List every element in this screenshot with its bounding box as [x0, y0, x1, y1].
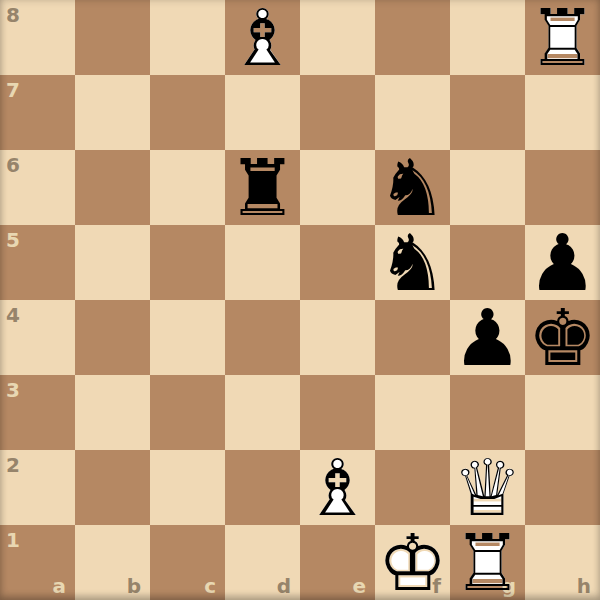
square-f1[interactable]: f♚♔: [375, 525, 450, 600]
square-c4[interactable]: [150, 300, 225, 375]
square-g1[interactable]: g♜♖: [450, 525, 525, 600]
square-h1[interactable]: h: [525, 525, 600, 600]
white-queen-outline-icon: ♕: [450, 450, 525, 525]
square-d2[interactable]: [225, 450, 300, 525]
square-a7[interactable]: 7: [0, 75, 75, 150]
square-e1[interactable]: e: [300, 525, 375, 600]
square-a4[interactable]: 4: [0, 300, 75, 375]
square-h8[interactable]: ♜♖: [525, 0, 600, 75]
square-g6[interactable]: [450, 150, 525, 225]
piece-white-bishop-e2[interactable]: ♝♗: [300, 450, 375, 525]
black-knight-icon: ♞: [375, 225, 450, 300]
square-a1[interactable]: 1a: [0, 525, 75, 600]
square-c7[interactable]: [150, 75, 225, 150]
square-b4[interactable]: [75, 300, 150, 375]
square-f3[interactable]: [375, 375, 450, 450]
square-d4[interactable]: [225, 300, 300, 375]
square-f5[interactable]: ♞: [375, 225, 450, 300]
piece-black-knight-f6[interactable]: ♞: [375, 150, 450, 225]
square-b6[interactable]: [75, 150, 150, 225]
square-b7[interactable]: [75, 75, 150, 150]
square-e2[interactable]: ♝♗: [300, 450, 375, 525]
piece-white-rook-h8[interactable]: ♜♖: [525, 0, 600, 75]
square-h4[interactable]: ♚: [525, 300, 600, 375]
square-d3[interactable]: [225, 375, 300, 450]
square-c8[interactable]: [150, 0, 225, 75]
square-d1[interactable]: d: [225, 525, 300, 600]
square-f6[interactable]: ♞: [375, 150, 450, 225]
square-h7[interactable]: [525, 75, 600, 150]
chess-board: 8♝♗♜♖76♜♞5♞♟︎4♟︎♚32♝♗♛♕1abcdef♚♔g♜♖h: [0, 0, 600, 600]
square-h2[interactable]: [525, 450, 600, 525]
file-label-d: d: [277, 576, 291, 596]
square-g7[interactable]: [450, 75, 525, 150]
square-d6[interactable]: ♜: [225, 150, 300, 225]
white-bishop-outline-icon: ♗: [225, 0, 300, 75]
rank-label-6: 6: [6, 155, 20, 175]
black-knight-icon: ♞: [375, 150, 450, 225]
square-c3[interactable]: [150, 375, 225, 450]
square-f2[interactable]: [375, 450, 450, 525]
square-f7[interactable]: [375, 75, 450, 150]
square-d7[interactable]: [225, 75, 300, 150]
square-h5[interactable]: ♟︎: [525, 225, 600, 300]
square-g8[interactable]: [450, 0, 525, 75]
square-d8[interactable]: ♝♗: [225, 0, 300, 75]
square-g3[interactable]: [450, 375, 525, 450]
square-c6[interactable]: [150, 150, 225, 225]
square-b3[interactable]: [75, 375, 150, 450]
piece-black-king-h4[interactable]: ♚: [525, 300, 600, 375]
piece-white-rook-g1[interactable]: ♜♖: [450, 525, 525, 600]
square-g5[interactable]: [450, 225, 525, 300]
square-g4[interactable]: ♟︎: [450, 300, 525, 375]
rank-label-5: 5: [6, 230, 20, 250]
black-rook-icon: ♜: [225, 150, 300, 225]
square-b1[interactable]: b: [75, 525, 150, 600]
square-e4[interactable]: [300, 300, 375, 375]
square-a8[interactable]: 8: [0, 0, 75, 75]
piece-black-knight-f5[interactable]: ♞: [375, 225, 450, 300]
square-a2[interactable]: 2: [0, 450, 75, 525]
rank-label-3: 3: [6, 380, 20, 400]
file-label-b: b: [127, 576, 141, 596]
rank-label-7: 7: [6, 80, 20, 100]
white-bishop-outline-icon: ♗: [300, 450, 375, 525]
white-king-outline-icon: ♔: [375, 525, 450, 600]
white-rook-outline-icon: ♖: [450, 525, 525, 600]
square-f4[interactable]: [375, 300, 450, 375]
rank-label-1: 1: [6, 530, 20, 550]
rank-label-8: 8: [6, 5, 20, 25]
file-label-a: a: [53, 576, 67, 596]
rank-label-2: 2: [6, 455, 20, 475]
square-e6[interactable]: [300, 150, 375, 225]
piece-black-pawn-h5[interactable]: ♟︎: [525, 225, 600, 300]
square-e8[interactable]: [300, 0, 375, 75]
square-a3[interactable]: 3: [0, 375, 75, 450]
square-a6[interactable]: 6: [0, 150, 75, 225]
black-king-icon: ♚: [525, 300, 600, 375]
square-e3[interactable]: [300, 375, 375, 450]
piece-white-king-f1[interactable]: ♚♔: [375, 525, 450, 600]
square-b8[interactable]: [75, 0, 150, 75]
black-pawn-icon: ♟︎: [450, 300, 525, 375]
square-h6[interactable]: [525, 150, 600, 225]
file-label-c: c: [204, 576, 216, 596]
square-c5[interactable]: [150, 225, 225, 300]
black-pawn-icon: ♟︎: [525, 225, 600, 300]
white-rook-outline-icon: ♖: [525, 0, 600, 75]
piece-black-pawn-g4[interactable]: ♟︎: [450, 300, 525, 375]
square-g2[interactable]: ♛♕: [450, 450, 525, 525]
square-f8[interactable]: [375, 0, 450, 75]
square-c2[interactable]: [150, 450, 225, 525]
file-label-e: e: [352, 576, 366, 596]
piece-black-rook-d6[interactable]: ♜: [225, 150, 300, 225]
square-e7[interactable]: [300, 75, 375, 150]
piece-white-queen-g2[interactable]: ♛♕: [450, 450, 525, 525]
file-label-h: h: [577, 576, 591, 596]
square-e5[interactable]: [300, 225, 375, 300]
piece-white-bishop-d8[interactable]: ♝♗: [225, 0, 300, 75]
square-b5[interactable]: [75, 225, 150, 300]
rank-label-4: 4: [6, 305, 20, 325]
square-b2[interactable]: [75, 450, 150, 525]
square-d5[interactable]: [225, 225, 300, 300]
square-h3[interactable]: [525, 375, 600, 450]
square-c1[interactable]: c: [150, 525, 225, 600]
square-a5[interactable]: 5: [0, 225, 75, 300]
